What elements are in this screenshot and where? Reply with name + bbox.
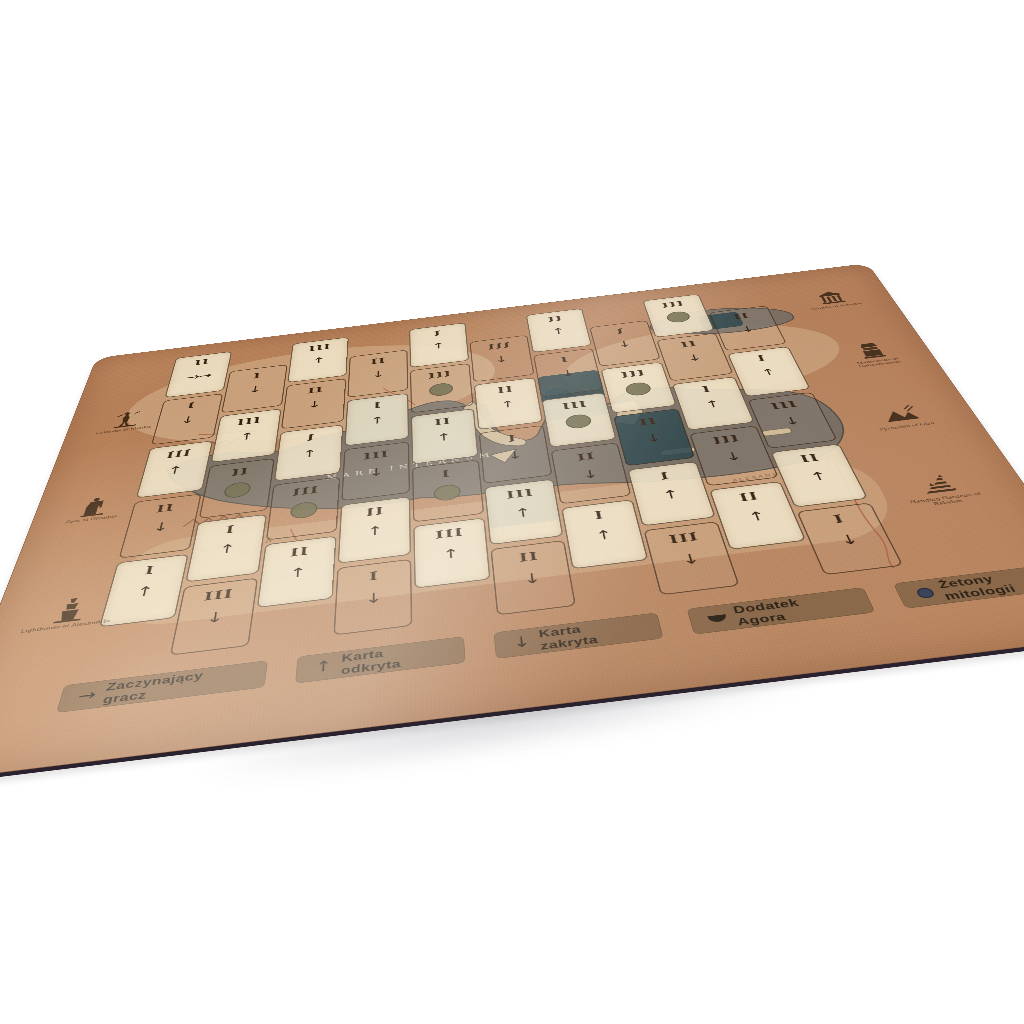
age-numeral: II: [412, 414, 474, 430]
mythology-token-spot[interactable]: [429, 382, 453, 397]
card-slot-r3c5-age-III[interactable]: III↑: [484, 479, 563, 545]
card-slot-r2c5-age-I[interactable]: I↓: [479, 425, 553, 484]
age-numeral: III: [692, 431, 761, 448]
age-numeral: I: [730, 351, 793, 366]
age-numeral: I: [801, 509, 878, 529]
face-up-arrow-icon: ↑: [413, 429, 476, 446]
age-numeral: I: [280, 430, 342, 446]
card-slot-r1c1-age-III[interactable]: III↑: [211, 409, 282, 463]
card-slot-r0c4-age-I[interactable]: I↑: [409, 323, 469, 368]
age-numeral: I: [338, 566, 410, 586]
face-up-arrow-icon: ↑: [340, 521, 409, 541]
face-up-arrow-icon: ↑: [782, 467, 856, 487]
age-numeral: III: [182, 585, 256, 605]
age-numeral: II: [264, 542, 335, 561]
face-up-arrow-icon: ↑: [477, 396, 539, 413]
age-numeral: III: [603, 366, 665, 381]
face-down-arrow-icon: ↓: [620, 429, 687, 447]
age-numeral: II: [712, 310, 771, 323]
card-slot-r3c6-age-II[interactable]: II↓: [551, 443, 632, 505]
age-numeral: I: [229, 369, 286, 383]
face-down-arrow-icon: ↓: [698, 447, 769, 466]
age-numeral: I: [114, 561, 186, 580]
age-numeral: III: [219, 413, 280, 428]
face-down-arrow-icon: ↓: [472, 352, 530, 367]
age-numeral: III: [292, 341, 347, 354]
age-numeral: II: [616, 414, 682, 430]
age-numeral: I: [535, 352, 594, 366]
age-numeral: II: [341, 503, 409, 521]
face-up-arrow-icon: ↑: [191, 539, 262, 560]
card-slot-r4c6-age-I[interactable]: I↑: [561, 499, 648, 569]
arrow-down-icon: ↓: [512, 634, 531, 650]
age-numeral: III: [751, 397, 818, 413]
face-down-arrow-icon: ↓: [177, 606, 253, 629]
arrow-right-icon: →: [76, 687, 98, 704]
age-numeral: II: [774, 449, 846, 467]
card-slot-r1c2-age-II[interactable]: II↓: [281, 378, 346, 429]
card-slot-r2c3-age-III[interactable]: III↓: [341, 442, 410, 502]
face-up-arrow-icon: ↑: [488, 503, 558, 523]
age-numeral: I: [410, 327, 465, 340]
age-numeral: I: [630, 467, 700, 485]
card-slot-r1c4-age-III[interactable]: III: [410, 363, 474, 413]
card-slot-r0c1-age-I[interactable]: I↓: [221, 364, 288, 413]
face-up-arrow-icon: ↑: [411, 339, 467, 354]
age-numeral: I: [348, 398, 408, 413]
age-numeral: II: [475, 382, 536, 397]
age-numeral: III: [147, 446, 210, 462]
age-numeral: I: [161, 398, 221, 413]
face-up-arrow-icon: ↑: [261, 562, 333, 584]
age-numeral: I: [564, 506, 636, 525]
face-up-arrow-icon: ↑: [635, 485, 707, 505]
face-down-arrow-icon: ↓: [495, 568, 570, 590]
playmat: MARE INTERNUMACHAIANUMIDIAALEXANDRIA II→…: [0, 263, 1024, 781]
face-down-arrow-icon: ↓: [810, 529, 890, 551]
arrow-up-icon: ↑: [314, 658, 333, 675]
face-up-arrow-icon: ↑: [680, 396, 746, 413]
age-numeral: III: [411, 368, 469, 382]
card-slot-r0c2-age-III[interactable]: III↑: [287, 337, 349, 383]
card-slot-r3c3-age-II[interactable]: II↑: [338, 496, 411, 563]
mythology-token-spot[interactable]: [665, 310, 692, 323]
face-up-arrow-icon: ↑: [736, 364, 801, 380]
mythology-token-spot[interactable]: [433, 483, 461, 502]
mythology-token-icon: [914, 587, 935, 599]
face-down-arrow-icon: ↓: [226, 382, 285, 397]
card-slot-r2c2-age-I[interactable]: I↑: [274, 425, 344, 482]
mythology-token-spot[interactable]: [564, 413, 592, 429]
face-up-arrow-icon: ↑: [719, 506, 795, 527]
age-numeral: I: [196, 520, 265, 538]
age-numeral: II: [528, 312, 584, 325]
face-up-arrow-icon: ↑: [278, 445, 341, 463]
face-down-arrow-icon: ↓: [758, 412, 827, 430]
card-slot-r4c2-age-II[interactable]: II↑: [257, 536, 337, 608]
face-up-arrow-icon: ↑: [290, 353, 346, 368]
mythology-token-spot[interactable]: [624, 381, 652, 396]
agora-mask-icon: [708, 614, 728, 623]
face-up-arrow-icon: ↑: [415, 543, 487, 564]
age-numeral: III: [415, 524, 485, 543]
age-numeral: II: [174, 355, 230, 368]
face-down-arrow-icon: ↓: [717, 322, 778, 337]
face-down-arrow-icon: ↓: [349, 367, 406, 382]
card-slot-r0c5-age-III[interactable]: III↓: [469, 335, 534, 382]
age-numeral: III: [645, 298, 702, 311]
face-down-arrow-icon: ↓: [284, 397, 344, 413]
card-slot-r1c6-age-I[interactable]: I↓: [533, 348, 603, 397]
face-up-arrow-icon: ↑: [347, 412, 408, 429]
card-slot-r4c1-age-III[interactable]: III↓: [170, 578, 258, 656]
age-numeral: III: [543, 397, 606, 412]
mythology-token-spot[interactable]: [223, 481, 252, 499]
card-slot-r2c6-age-III[interactable]: III: [541, 393, 616, 448]
face-down-arrow-icon: ↓: [482, 446, 548, 464]
card-slot-r1c5-age-II[interactable]: II↑: [474, 377, 543, 429]
age-numeral: II: [350, 354, 406, 368]
age-numeral: II: [286, 383, 344, 397]
card-slot-r2c1-age-II[interactable]: II: [199, 458, 275, 519]
card-slot-r0c3-age-II[interactable]: II↓: [347, 350, 408, 398]
age-numeral: I: [675, 381, 739, 396]
card-slot-r0c6-age-II[interactable]: II↑: [526, 308, 592, 352]
age-numeral: III: [486, 485, 555, 503]
face-up-arrow-icon: ↑: [215, 428, 277, 445]
age-numeral: II: [659, 337, 720, 351]
card-slot-r4c5-age-II[interactable]: II↓: [490, 540, 576, 615]
face-down-arrow-icon: ↓: [664, 350, 726, 366]
age-numeral: II: [553, 448, 620, 465]
face-down-arrow-icon: ↓: [344, 463, 409, 481]
age-numeral: I: [591, 324, 649, 338]
card-slot-r3c1-age-I[interactable]: I↑: [185, 514, 267, 582]
face-up-arrow-icon: ↑: [530, 324, 587, 338]
age-numeral: II: [208, 464, 273, 481]
card-slot-r1c3-age-I[interactable]: I↑: [344, 393, 409, 446]
face-up-arrow-icon: ↑: [107, 581, 181, 603]
photo-scene: MARE INTERNUMACHAIANUMIDIAALEXANDRIA II→…: [0, 0, 1024, 1024]
age-numeral: III: [471, 339, 528, 353]
age-numeral: III: [273, 482, 339, 499]
card-slot-r3c2-age-III[interactable]: III: [266, 477, 340, 541]
card-slot-r3c4-age-I[interactable]: I: [412, 460, 484, 523]
start-arrow-icon: →→: [170, 369, 228, 384]
card-slot-r4c3-age-I[interactable]: I↓: [333, 559, 412, 636]
mythology-token-spot[interactable]: [290, 501, 318, 520]
face-down-arrow-icon: ↓: [157, 412, 218, 428]
age-numeral: III: [345, 447, 408, 463]
age-numeral: II: [492, 547, 566, 567]
face-down-arrow-icon: ↓: [336, 587, 410, 610]
age-numeral: II: [132, 500, 200, 518]
face-down-arrow-icon: ↓: [126, 517, 195, 537]
face-up-arrow-icon: ↑: [142, 461, 207, 479]
card-slot-r2c4-age-II[interactable]: II↑: [411, 409, 479, 465]
age-numeral: I: [480, 430, 544, 446]
face-up-arrow-icon: ↑: [567, 525, 641, 546]
age-numeral: II: [713, 487, 786, 506]
age-numeral: III: [647, 528, 722, 548]
face-down-arrow-icon: ↓: [595, 337, 655, 352]
face-down-arrow-icon: ↓: [556, 465, 625, 484]
face-down-arrow-icon: ↓: [652, 548, 730, 570]
card-slot-r4c4-age-III[interactable]: III↑: [413, 517, 490, 588]
face-down-arrow-icon: ↓: [538, 366, 599, 382]
age-numeral: I: [413, 465, 479, 482]
